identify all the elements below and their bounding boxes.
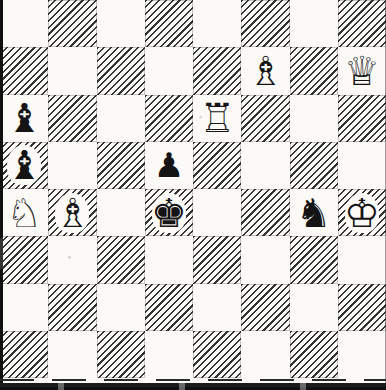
square-f3 [241,236,289,283]
square-c4 [97,189,145,236]
square-e1 [193,331,241,378]
square-e7 [193,47,241,94]
square-f8 [241,0,289,47]
square-h1 [338,331,386,378]
black-bishop-a5: ♝ [0,142,48,189]
bottom-border-smudge [0,383,386,390]
black-pawn-d5: ♟ [145,142,193,189]
white-king-h4: ♔ [338,189,386,236]
square-b2 [48,284,96,331]
left-border-rule [0,0,3,384]
square-b7 [48,47,96,94]
square-d3 [145,236,193,283]
square-c1 [97,331,145,378]
square-b1 [48,331,96,378]
square-b5 [48,142,96,189]
square-b3 [48,236,96,283]
square-f1 [241,331,289,378]
square-b8 [48,0,96,47]
square-c8 [97,0,145,47]
square-a7 [0,47,48,94]
square-f2 [241,284,289,331]
square-b4: ♗ [48,189,96,236]
square-f6 [241,95,289,142]
square-d2 [145,284,193,331]
square-c6 [97,95,145,142]
square-e3 [193,236,241,283]
square-d4: ♚ [145,189,193,236]
square-a3 [0,236,48,283]
square-c5 [97,142,145,189]
square-h7: ♕ [338,47,386,94]
square-e2 [193,284,241,331]
square-g4: ♞ [290,189,338,236]
square-d8 [145,0,193,47]
square-a5: ♝ [0,142,48,189]
white-rook-e6: ♖ [193,95,241,142]
white-bishop-b4: ♗ [48,189,96,236]
square-f7: ♗ [241,47,289,94]
square-c2 [97,284,145,331]
square-a2 [0,284,48,331]
square-g6 [290,95,338,142]
square-g2 [290,284,338,331]
square-d6 [145,95,193,142]
chess-board: ♗♕♝♖♝♟♘♗♚♞♔ [0,0,386,378]
square-h8 [338,0,386,47]
square-c3 [97,236,145,283]
square-e8 [193,0,241,47]
square-a4: ♘ [0,189,48,236]
square-g1 [290,331,338,378]
chess-diagram: ♗♕♝♖♝♟♘♗♚♞♔ [0,0,386,390]
square-f4 [241,189,289,236]
square-g5 [290,142,338,189]
square-e5 [193,142,241,189]
square-h2 [338,284,386,331]
square-h4: ♔ [338,189,386,236]
white-knight-a4: ♘ [0,189,48,236]
white-queen-h7: ♕ [338,47,386,94]
square-h6 [338,95,386,142]
square-a1 [0,331,48,378]
white-bishop-f7: ♗ [241,47,289,94]
square-e6: ♖ [193,95,241,142]
square-b6 [48,95,96,142]
square-e4 [193,189,241,236]
black-knight-g4: ♞ [290,189,338,236]
square-d1 [145,331,193,378]
square-a8 [0,0,48,47]
square-a6: ♝ [0,95,48,142]
black-bishop-a6: ♝ [0,95,48,142]
square-f5 [241,142,289,189]
square-h3 [338,236,386,283]
square-g8 [290,0,338,47]
square-g3 [290,236,338,283]
square-g7 [290,47,338,94]
bottom-thin-rule [0,379,386,381]
square-d7 [145,47,193,94]
square-d5: ♟ [145,142,193,189]
black-king-d4: ♚ [145,189,193,236]
square-h5 [338,142,386,189]
square-c7 [97,47,145,94]
